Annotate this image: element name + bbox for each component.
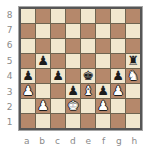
square-h4[interactable]: ♞ <box>126 69 140 83</box>
square-f4[interactable] <box>96 69 110 83</box>
square-b3[interactable] <box>36 84 50 98</box>
rank-label-8: 8 <box>0 7 19 22</box>
rank-label-6: 6 <box>0 38 19 53</box>
black-pawn-d3: ♟ <box>67 84 79 98</box>
rank-label-5: 5 <box>0 53 19 68</box>
square-e8[interactable] <box>81 9 95 23</box>
square-h5[interactable]: ♜ <box>126 54 140 68</box>
white-pawn-a3: ♟ <box>22 84 34 98</box>
square-g6[interactable] <box>111 39 125 53</box>
square-g2[interactable] <box>111 99 125 113</box>
square-d1[interactable] <box>66 114 80 128</box>
file-label-d: d <box>65 136 80 146</box>
square-a7[interactable] <box>21 24 35 38</box>
square-b4[interactable] <box>36 69 50 83</box>
chess-diagram: 87654321 ♟♜♟♟♚♟♞♟♟♝♟♟♟♚♟ abcdefgh <box>0 0 145 146</box>
square-d2[interactable]: ♚ <box>66 99 80 113</box>
chess-board: ♟♜♟♟♚♟♞♟♟♝♟♟♟♚♟ <box>19 7 142 130</box>
square-f3[interactable]: ♟ <box>96 84 110 98</box>
white-bishop-e3: ♝ <box>82 84 94 98</box>
square-c2[interactable] <box>51 99 65 113</box>
square-c6[interactable] <box>51 39 65 53</box>
square-d8[interactable] <box>66 9 80 23</box>
square-b1[interactable] <box>36 114 50 128</box>
square-a6[interactable] <box>21 39 35 53</box>
square-d3[interactable]: ♟ <box>66 84 80 98</box>
square-c1[interactable] <box>51 114 65 128</box>
white-king-d2: ♚ <box>67 99 79 113</box>
white-knight-h4: ♞ <box>127 69 139 83</box>
rank-label-2: 2 <box>0 99 19 114</box>
square-g4[interactable]: ♟ <box>111 69 125 83</box>
square-d5[interactable] <box>66 54 80 68</box>
black-rook-h5: ♜ <box>127 54 139 68</box>
square-h3[interactable] <box>126 84 140 98</box>
square-c7[interactable] <box>51 24 65 38</box>
square-g7[interactable] <box>111 24 125 38</box>
rank-label-1: 1 <box>0 115 19 130</box>
square-f6[interactable] <box>96 39 110 53</box>
square-f1[interactable] <box>96 114 110 128</box>
square-h1[interactable] <box>126 114 140 128</box>
file-label-b: b <box>34 136 49 146</box>
black-pawn-c4: ♟ <box>52 69 64 83</box>
square-h2[interactable] <box>126 99 140 113</box>
white-pawn-b2: ♟ <box>37 99 49 113</box>
square-h8[interactable] <box>126 9 140 23</box>
file-label-a: a <box>19 136 34 146</box>
square-c4[interactable]: ♟ <box>51 69 65 83</box>
file-label-e: e <box>81 136 96 146</box>
white-pawn-f2: ♟ <box>97 99 109 113</box>
square-b8[interactable] <box>36 9 50 23</box>
rank-label-3: 3 <box>0 84 19 99</box>
file-label-h: h <box>127 136 142 146</box>
square-b2[interactable]: ♟ <box>36 99 50 113</box>
square-b6[interactable] <box>36 39 50 53</box>
square-d7[interactable] <box>66 24 80 38</box>
square-e5[interactable] <box>81 54 95 68</box>
square-c3[interactable] <box>51 84 65 98</box>
square-c8[interactable] <box>51 9 65 23</box>
square-e1[interactable] <box>81 114 95 128</box>
black-pawn-f3: ♟ <box>97 84 109 98</box>
square-b7[interactable] <box>36 24 50 38</box>
square-f8[interactable] <box>96 9 110 23</box>
file-labels: abcdefgh <box>19 130 142 146</box>
square-g1[interactable] <box>111 114 125 128</box>
square-a5[interactable] <box>21 54 35 68</box>
white-pawn-g3: ♟ <box>112 84 124 98</box>
square-g3[interactable]: ♟ <box>111 84 125 98</box>
rank-label-4: 4 <box>0 69 19 84</box>
black-pawn-g4: ♟ <box>112 69 124 83</box>
rank-label-7: 7 <box>0 22 19 37</box>
square-f2[interactable]: ♟ <box>96 99 110 113</box>
square-a4[interactable]: ♟ <box>21 69 35 83</box>
square-e7[interactable] <box>81 24 95 38</box>
file-label-f: f <box>96 136 111 146</box>
rank-labels: 87654321 <box>0 7 19 130</box>
square-h7[interactable] <box>126 24 140 38</box>
square-e3[interactable]: ♝ <box>81 84 95 98</box>
file-label-g: g <box>111 136 126 146</box>
square-a8[interactable] <box>21 9 35 23</box>
square-g8[interactable] <box>111 9 125 23</box>
square-d4[interactable] <box>66 69 80 83</box>
black-king-e4: ♚ <box>82 69 94 83</box>
square-f5[interactable] <box>96 54 110 68</box>
square-a3[interactable]: ♟ <box>21 84 35 98</box>
file-label-c: c <box>50 136 65 146</box>
square-b5[interactable]: ♟ <box>36 54 50 68</box>
square-a2[interactable] <box>21 99 35 113</box>
square-a1[interactable] <box>21 114 35 128</box>
square-f7[interactable] <box>96 24 110 38</box>
square-h6[interactable] <box>126 39 140 53</box>
square-e6[interactable] <box>81 39 95 53</box>
square-e4[interactable]: ♚ <box>81 69 95 83</box>
square-e2[interactable] <box>81 99 95 113</box>
square-g5[interactable] <box>111 54 125 68</box>
square-c5[interactable] <box>51 54 65 68</box>
square-d6[interactable] <box>66 39 80 53</box>
black-pawn-b5: ♟ <box>37 54 49 68</box>
black-pawn-a4: ♟ <box>22 69 34 83</box>
